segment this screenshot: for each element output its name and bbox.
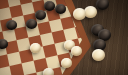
checker-piece-dark[interactable] bbox=[44, 1, 55, 11]
checker-piece-light[interactable] bbox=[73, 8, 86, 20]
checker-piece-dark[interactable] bbox=[0, 39, 8, 49]
checker-piece-light[interactable] bbox=[71, 46, 82, 56]
checker-piece-light[interactable] bbox=[30, 43, 41, 53]
checker-piece-light[interactable] bbox=[61, 58, 72, 68]
checker-piece-dark[interactable] bbox=[55, 4, 66, 14]
checker-piece-dark[interactable] bbox=[96, 0, 109, 10]
checker-piece-dark[interactable] bbox=[26, 19, 37, 29]
checker-piece-light[interactable] bbox=[43, 68, 54, 75]
checker-piece-dark[interactable] bbox=[6, 20, 17, 30]
checker-piece-light[interactable] bbox=[92, 49, 105, 61]
pieces-layer bbox=[0, 0, 128, 75]
checkers-game-scene bbox=[0, 0, 128, 75]
checker-piece-dark[interactable] bbox=[35, 10, 46, 20]
